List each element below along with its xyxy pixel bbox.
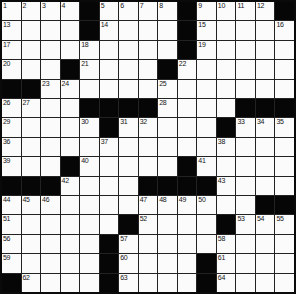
clue-number: 4 — [62, 2, 66, 10]
cell-r5c3[interactable]: 23 — [41, 80, 60, 98]
cell-r14c12[interactable]: 61 — [217, 254, 236, 272]
cell-r14c4[interactable] — [61, 254, 80, 272]
clue-number: 48 — [159, 196, 166, 204]
clue-number: 32 — [140, 118, 147, 126]
clue-number: 7 — [140, 2, 144, 10]
clue-number: 35 — [276, 118, 283, 126]
clue-number: 62 — [23, 274, 30, 282]
cell-r2c9[interactable] — [158, 21, 177, 39]
clue-number: 5 — [101, 2, 105, 10]
cell-r13c14[interactable] — [256, 235, 275, 253]
cell-r14c6 — [100, 254, 119, 272]
cell-r8c2[interactable] — [22, 138, 41, 156]
cell-r9c11[interactable]: 41 — [197, 157, 216, 175]
cell-r3c13[interactable] — [236, 41, 255, 59]
clue-number: 3 — [42, 2, 46, 10]
cell-r3c9[interactable] — [158, 41, 177, 59]
clue-number: 18 — [81, 41, 88, 49]
cell-r10c7[interactable] — [119, 177, 138, 195]
cell-r10c15[interactable] — [275, 177, 294, 195]
cell-r4c14[interactable] — [256, 60, 275, 78]
cell-r12c8[interactable]: 52 — [139, 215, 158, 233]
cell-r5c7[interactable] — [119, 80, 138, 98]
cell-r10c14[interactable] — [256, 177, 275, 195]
cell-r5c5[interactable] — [80, 80, 99, 98]
cell-r2c7[interactable] — [119, 21, 138, 39]
cell-r6c4[interactable] — [61, 99, 80, 117]
cell-r9c1[interactable]: 39 — [2, 157, 21, 175]
cell-r4c9 — [158, 60, 177, 78]
cell-r11c7[interactable] — [119, 196, 138, 214]
cell-r5c1 — [2, 80, 21, 98]
cell-r7c2[interactable] — [22, 118, 41, 136]
cell-r1c14[interactable]: 12 — [256, 2, 275, 20]
cell-r15c1 — [2, 274, 21, 292]
cell-r13c4[interactable] — [61, 235, 80, 253]
clue-number: 46 — [42, 196, 49, 204]
cell-r8c14[interactable] — [256, 138, 275, 156]
cell-r6c15 — [275, 99, 294, 117]
clue-number: 54 — [257, 215, 264, 223]
cell-r13c3[interactable] — [41, 235, 60, 253]
cell-r3c15[interactable] — [275, 41, 294, 59]
cell-r7c14[interactable]: 34 — [256, 118, 275, 136]
cell-r7c1[interactable]: 29 — [2, 118, 21, 136]
cell-r1c9[interactable]: 8 — [158, 2, 177, 20]
cell-r11c1[interactable]: 44 — [2, 196, 21, 214]
cell-r9c9[interactable] — [158, 157, 177, 175]
cell-r2c11[interactable]: 15 — [197, 21, 216, 39]
cell-r7c11[interactable] — [197, 118, 216, 136]
cell-r2c10 — [178, 21, 197, 39]
cell-r8c1[interactable]: 36 — [2, 138, 21, 156]
cell-r10c10 — [178, 177, 197, 195]
cell-r11c12[interactable] — [217, 196, 236, 214]
cell-r8c9[interactable] — [158, 138, 177, 156]
cell-r5c8[interactable] — [139, 80, 158, 98]
cell-r8c12[interactable]: 38 — [217, 138, 236, 156]
cell-r13c11[interactable] — [197, 235, 216, 253]
cell-r7c10[interactable] — [178, 118, 197, 136]
cell-r13c2[interactable] — [22, 235, 41, 253]
cell-r9c13[interactable] — [236, 157, 255, 175]
cell-r6c11[interactable] — [197, 99, 216, 117]
clue-number: 23 — [42, 80, 49, 88]
clue-number: 33 — [237, 118, 244, 126]
cell-r9c15[interactable] — [275, 157, 294, 175]
clue-number: 41 — [198, 157, 205, 165]
cell-r3c3[interactable] — [41, 41, 60, 59]
cell-r1c10 — [178, 2, 197, 20]
cell-r1c13[interactable]: 11 — [236, 2, 255, 20]
cell-r4c4 — [61, 60, 80, 78]
cell-r13c10[interactable] — [178, 235, 197, 253]
cell-r15c6 — [100, 274, 119, 292]
cell-r10c5[interactable] — [80, 177, 99, 195]
cell-r11c8[interactable]: 47 — [139, 196, 158, 214]
clue-number: 12 — [257, 2, 264, 10]
cell-r8c6[interactable]: 37 — [100, 138, 119, 156]
cell-r11c4[interactable] — [61, 196, 80, 214]
cell-r15c4[interactable] — [61, 274, 80, 292]
cell-r2c13[interactable] — [236, 21, 255, 39]
cell-r8c7[interactable] — [119, 138, 138, 156]
cell-r11c5[interactable] — [80, 196, 99, 214]
clue-number: 59 — [3, 254, 10, 262]
cell-r8c5[interactable] — [80, 138, 99, 156]
cell-r5c14[interactable] — [256, 80, 275, 98]
cell-r8c10[interactable] — [178, 138, 197, 156]
cell-r15c9[interactable] — [158, 274, 177, 292]
cell-r12c2[interactable] — [22, 215, 41, 233]
cell-r10c12[interactable]: 43 — [217, 177, 236, 195]
cell-r5c9[interactable]: 25 — [158, 80, 177, 98]
clue-number: 20 — [3, 60, 10, 68]
cell-r10c8 — [139, 177, 158, 195]
cell-r8c8[interactable] — [139, 138, 158, 156]
cell-r5c10[interactable] — [178, 80, 197, 98]
cell-r7c13[interactable]: 33 — [236, 118, 255, 136]
clue-number: 11 — [237, 2, 244, 10]
cell-r6c1[interactable]: 26 — [2, 99, 21, 117]
cell-r10c2 — [22, 177, 41, 195]
cell-r4c15[interactable] — [275, 60, 294, 78]
cell-r3c12[interactable] — [217, 41, 236, 59]
clue-number: 36 — [3, 138, 10, 146]
cell-r14c15[interactable] — [275, 254, 294, 272]
cell-r10c9 — [158, 177, 177, 195]
cell-r14c1[interactable]: 59 — [2, 254, 21, 272]
cell-r7c3[interactable] — [41, 118, 60, 136]
cell-r6c10[interactable] — [178, 99, 197, 117]
cell-r3c1[interactable]: 17 — [2, 41, 21, 59]
cell-r1c7[interactable]: 6 — [119, 2, 138, 20]
clue-number: 49 — [179, 196, 186, 204]
cell-r3c14[interactable] — [256, 41, 275, 59]
cell-r6c9[interactable]: 28 — [158, 99, 177, 117]
cell-r4c10[interactable]: 22 — [178, 60, 197, 78]
cell-r2c8[interactable] — [139, 21, 158, 39]
cell-r13c12[interactable]: 58 — [217, 235, 236, 253]
cell-r2c1[interactable]: 13 — [2, 21, 21, 39]
cell-r14c2[interactable] — [22, 254, 41, 272]
cell-r12c11[interactable] — [197, 215, 216, 233]
cell-r5c4[interactable]: 24 — [61, 80, 80, 98]
clue-number: 55 — [276, 215, 283, 223]
cell-r6c6 — [100, 99, 119, 117]
clue-number: 61 — [218, 254, 225, 262]
clue-number: 53 — [237, 215, 244, 223]
cell-r12c5[interactable] — [80, 215, 99, 233]
clue-number: 42 — [62, 177, 69, 185]
cell-r12c9[interactable] — [158, 215, 177, 233]
cell-r15c3[interactable] — [41, 274, 60, 292]
cell-r13c13[interactable] — [236, 235, 255, 253]
clue-number: 40 — [81, 157, 88, 165]
cell-r11c14 — [256, 196, 275, 214]
clue-number: 63 — [120, 274, 127, 282]
cell-r2c3[interactable] — [41, 21, 60, 39]
cell-r9c12[interactable] — [217, 157, 236, 175]
cell-r9c5[interactable]: 40 — [80, 157, 99, 175]
cell-r12c12 — [217, 215, 236, 233]
cell-r1c15 — [275, 2, 294, 20]
cell-r3c2[interactable] — [22, 41, 41, 59]
cell-r6c8 — [139, 99, 158, 117]
cell-r12c4[interactable] — [61, 215, 80, 233]
crossword-grid: 1234567891011121314151617181920212223242… — [0, 0, 296, 294]
cell-r7c12 — [217, 118, 236, 136]
cell-r11c3[interactable]: 46 — [41, 196, 60, 214]
clue-number: 50 — [198, 196, 205, 204]
cell-r15c10[interactable] — [178, 274, 197, 292]
clue-number: 21 — [81, 60, 88, 68]
cell-r6c2[interactable]: 27 — [22, 99, 41, 117]
clue-number: 28 — [159, 99, 166, 107]
cell-r9c10 — [178, 157, 197, 175]
cell-r10c4[interactable]: 42 — [61, 177, 80, 195]
cell-r3c4[interactable] — [61, 41, 80, 59]
clue-number: 52 — [140, 215, 147, 223]
cell-r15c5[interactable] — [80, 274, 99, 292]
cell-r12c10[interactable] — [178, 215, 197, 233]
cell-r3c6[interactable] — [100, 41, 119, 59]
cell-r1c8[interactable]: 7 — [139, 2, 158, 20]
cell-r3c11[interactable]: 19 — [197, 41, 216, 59]
cell-r14c11 — [197, 254, 216, 272]
cell-r14c5[interactable] — [80, 254, 99, 272]
cell-r7c6 — [100, 118, 119, 136]
cell-r8c13[interactable] — [236, 138, 255, 156]
clue-number: 44 — [3, 196, 10, 204]
cell-r13c8[interactable] — [139, 235, 158, 253]
cell-r2c4[interactable] — [61, 21, 80, 39]
cell-r14c3[interactable] — [41, 254, 60, 272]
cell-r4c11[interactable] — [197, 60, 216, 78]
cell-r14c10[interactable] — [178, 254, 197, 272]
cell-r15c11 — [197, 274, 216, 292]
cell-r8c3[interactable] — [41, 138, 60, 156]
clue-number: 19 — [198, 41, 205, 49]
clue-number: 2 — [23, 2, 27, 10]
cell-r5c6[interactable] — [100, 80, 119, 98]
clue-number: 27 — [23, 99, 30, 107]
clue-number: 15 — [198, 21, 205, 29]
clue-number: 37 — [101, 138, 108, 146]
clue-number: 64 — [218, 274, 225, 282]
clue-number: 29 — [3, 118, 10, 126]
clue-number: 60 — [120, 254, 127, 262]
cell-r1c4[interactable]: 4 — [61, 2, 80, 20]
cell-r4c8[interactable] — [139, 60, 158, 78]
cell-r6c12[interactable] — [217, 99, 236, 117]
cell-r6c5 — [80, 99, 99, 117]
cell-r14c8[interactable] — [139, 254, 158, 272]
cell-r7c7[interactable]: 31 — [119, 118, 138, 136]
cell-r8c11[interactable] — [197, 138, 216, 156]
cell-r4c3[interactable] — [41, 60, 60, 78]
cell-r14c7[interactable]: 60 — [119, 254, 138, 272]
cell-r3c5[interactable]: 18 — [80, 41, 99, 59]
cell-r15c2[interactable]: 62 — [22, 274, 41, 292]
cell-r3c7[interactable] — [119, 41, 138, 59]
clue-number: 39 — [3, 157, 10, 165]
cell-r5c13[interactable] — [236, 80, 255, 98]
cell-r10c13[interactable] — [236, 177, 255, 195]
cell-r12c1[interactable]: 51 — [2, 215, 21, 233]
clue-number: 43 — [218, 177, 225, 185]
cell-r6c14 — [256, 99, 275, 117]
cell-r4c6[interactable] — [100, 60, 119, 78]
cell-r1c3[interactable]: 3 — [41, 2, 60, 20]
clue-number: 30 — [81, 118, 88, 126]
cell-r10c6[interactable] — [100, 177, 119, 195]
cell-r13c7[interactable]: 57 — [119, 235, 138, 253]
cell-r1c12[interactable]: 10 — [217, 2, 236, 20]
clue-number: 14 — [101, 21, 108, 29]
cell-r15c15[interactable] — [275, 274, 294, 292]
clue-number: 56 — [3, 235, 10, 243]
cell-r5c2 — [22, 80, 41, 98]
cell-r1c2[interactable]: 2 — [22, 2, 41, 20]
cell-r1c11[interactable]: 9 — [197, 2, 216, 20]
clue-number: 8 — [159, 2, 163, 10]
cell-r12c14[interactable]: 54 — [256, 215, 275, 233]
clue-number: 58 — [218, 235, 225, 243]
cell-r6c3[interactable] — [41, 99, 60, 117]
cell-r7c4[interactable] — [61, 118, 80, 136]
cell-r13c5[interactable] — [80, 235, 99, 253]
cell-r10c3 — [41, 177, 60, 195]
cell-r13c1[interactable]: 56 — [2, 235, 21, 253]
clue-number: 1 — [3, 2, 7, 10]
cell-r12c6[interactable] — [100, 215, 119, 233]
clue-number: 38 — [218, 138, 225, 146]
cell-r2c14[interactable] — [256, 21, 275, 39]
cell-r1c1[interactable]: 1 — [2, 2, 21, 20]
clue-number: 17 — [3, 41, 10, 49]
clue-number: 26 — [3, 99, 10, 107]
cell-r10c1 — [2, 177, 21, 195]
cell-r7c8[interactable]: 32 — [139, 118, 158, 136]
cell-r15c12[interactable]: 64 — [217, 274, 236, 292]
cell-r1c6[interactable]: 5 — [100, 2, 119, 20]
cell-r3c10 — [178, 41, 197, 59]
cell-r7c5[interactable]: 30 — [80, 118, 99, 136]
cell-r15c8[interactable] — [139, 274, 158, 292]
cell-r11c2[interactable]: 45 — [22, 196, 41, 214]
clue-number: 45 — [23, 196, 30, 204]
cell-r12c7 — [119, 215, 138, 233]
cell-r11c6[interactable] — [100, 196, 119, 214]
cell-r5c12[interactable] — [217, 80, 236, 98]
cell-r2c5 — [80, 21, 99, 39]
clue-number: 22 — [179, 60, 186, 68]
cell-r14c14[interactable] — [256, 254, 275, 272]
cell-r6c7 — [119, 99, 138, 117]
cell-r9c4 — [61, 157, 80, 175]
cell-r4c13[interactable] — [236, 60, 255, 78]
clue-number: 13 — [3, 21, 10, 29]
cell-r7c9[interactable] — [158, 118, 177, 136]
cell-r5c15[interactable] — [275, 80, 294, 98]
cell-r12c3[interactable] — [41, 215, 60, 233]
cell-r2c12[interactable] — [217, 21, 236, 39]
clue-number: 24 — [62, 80, 69, 88]
cell-r15c14[interactable] — [256, 274, 275, 292]
cell-r12c15[interactable]: 55 — [275, 215, 294, 233]
clue-number: 16 — [276, 21, 283, 29]
clue-number: 31 — [120, 118, 127, 126]
clue-number: 51 — [3, 215, 10, 223]
cell-r13c9[interactable] — [158, 235, 177, 253]
cell-r13c15[interactable] — [275, 235, 294, 253]
cell-r15c13[interactable] — [236, 274, 255, 292]
cell-r3c8[interactable] — [139, 41, 158, 59]
clue-number: 10 — [218, 2, 225, 10]
cell-r9c3[interactable] — [41, 157, 60, 175]
cell-r9c7[interactable] — [119, 157, 138, 175]
cell-r4c2[interactable] — [22, 60, 41, 78]
cell-r11c10[interactable]: 49 — [178, 196, 197, 214]
clue-number: 6 — [120, 2, 124, 10]
cell-r4c7[interactable] — [119, 60, 138, 78]
cell-r4c12[interactable] — [217, 60, 236, 78]
cell-r11c15 — [275, 196, 294, 214]
cell-r8c4[interactable] — [61, 138, 80, 156]
cell-r2c6[interactable]: 14 — [100, 21, 119, 39]
cell-r2c15[interactable]: 16 — [275, 21, 294, 39]
cell-r4c1[interactable]: 20 — [2, 60, 21, 78]
cell-r15c7[interactable]: 63 — [119, 274, 138, 292]
cell-r1c5 — [80, 2, 99, 20]
cell-r14c13[interactable] — [236, 254, 255, 272]
cell-r11c11[interactable]: 50 — [197, 196, 216, 214]
cell-r9c8[interactable] — [139, 157, 158, 175]
clue-number: 34 — [257, 118, 264, 126]
cell-r9c2[interactable] — [22, 157, 41, 175]
cell-r9c14[interactable] — [256, 157, 275, 175]
cell-r4c5[interactable]: 21 — [80, 60, 99, 78]
cell-r7c15[interactable]: 35 — [275, 118, 294, 136]
clue-number: 47 — [140, 196, 147, 204]
clue-number: 57 — [120, 235, 127, 243]
clue-number: 9 — [198, 2, 202, 10]
cell-r11c9[interactable]: 48 — [158, 196, 177, 214]
cell-r14c9[interactable] — [158, 254, 177, 272]
cell-r6c13 — [236, 99, 255, 117]
cell-r13c6 — [100, 235, 119, 253]
cell-r9c6[interactable] — [100, 157, 119, 175]
cell-r8c15[interactable] — [275, 138, 294, 156]
clue-number: 25 — [159, 80, 166, 88]
cell-r11c13[interactable] — [236, 196, 255, 214]
cell-r10c11 — [197, 177, 216, 195]
cell-r2c2[interactable] — [22, 21, 41, 39]
cell-r5c11[interactable] — [197, 80, 216, 98]
cell-r12c13[interactable]: 53 — [236, 215, 255, 233]
